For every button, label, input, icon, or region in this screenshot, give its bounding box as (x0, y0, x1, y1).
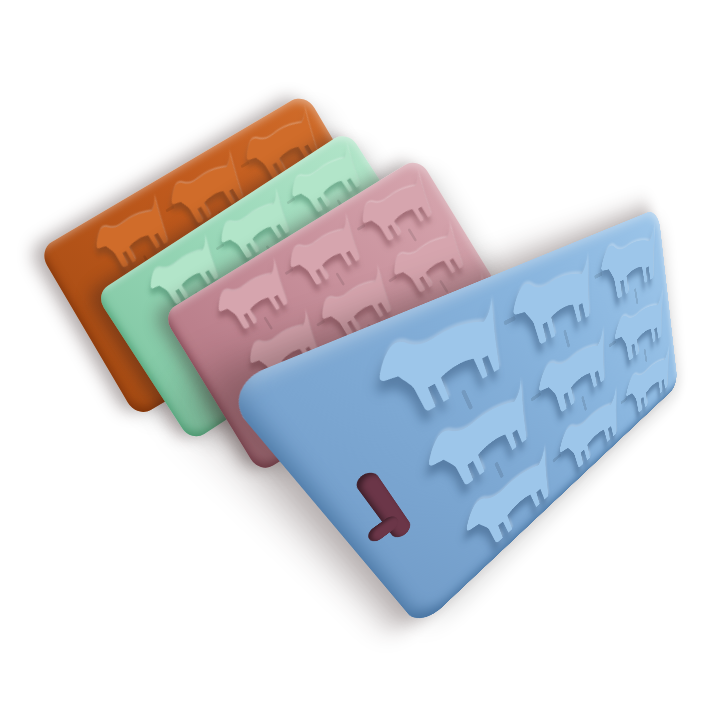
product-photo (0, 0, 720, 720)
